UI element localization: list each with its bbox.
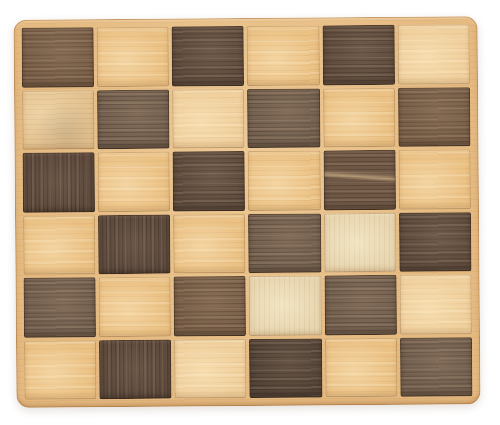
square-b6 [97, 27, 170, 87]
square-f3 [399, 212, 472, 272]
square-f2 [399, 274, 472, 334]
square-e3 [324, 212, 397, 272]
square-c1 [174, 339, 247, 399]
square-f6 [397, 24, 470, 84]
square-a2 [24, 277, 97, 337]
square-c5 [172, 89, 245, 149]
square-b3 [98, 214, 171, 274]
square-f4 [398, 149, 471, 209]
square-b1 [99, 339, 172, 399]
square-a6 [22, 27, 95, 87]
square-e5 [323, 87, 396, 147]
square-e6 [322, 25, 395, 85]
square-c6 [172, 26, 245, 86]
square-d1 [249, 338, 322, 398]
square-c4 [173, 151, 246, 211]
square-d6 [247, 25, 320, 85]
square-e1 [325, 337, 398, 397]
square-e4 [323, 150, 396, 210]
square-a4 [23, 152, 96, 212]
board-grid [22, 24, 473, 400]
square-d2 [249, 275, 322, 335]
photo-canvas [0, 0, 500, 425]
square-c3 [173, 214, 246, 274]
square-a5 [22, 90, 95, 150]
checkerboard [13, 16, 480, 408]
square-e2 [324, 275, 397, 335]
square-c2 [174, 276, 247, 336]
square-b5 [97, 89, 170, 149]
square-a1 [24, 340, 97, 400]
square-d3 [248, 213, 321, 273]
square-f5 [398, 87, 471, 147]
square-f1 [400, 337, 473, 397]
square-b2 [99, 277, 172, 337]
square-b4 [98, 152, 171, 212]
square-a3 [23, 215, 96, 275]
square-d4 [248, 150, 321, 210]
square-d5 [248, 88, 321, 148]
